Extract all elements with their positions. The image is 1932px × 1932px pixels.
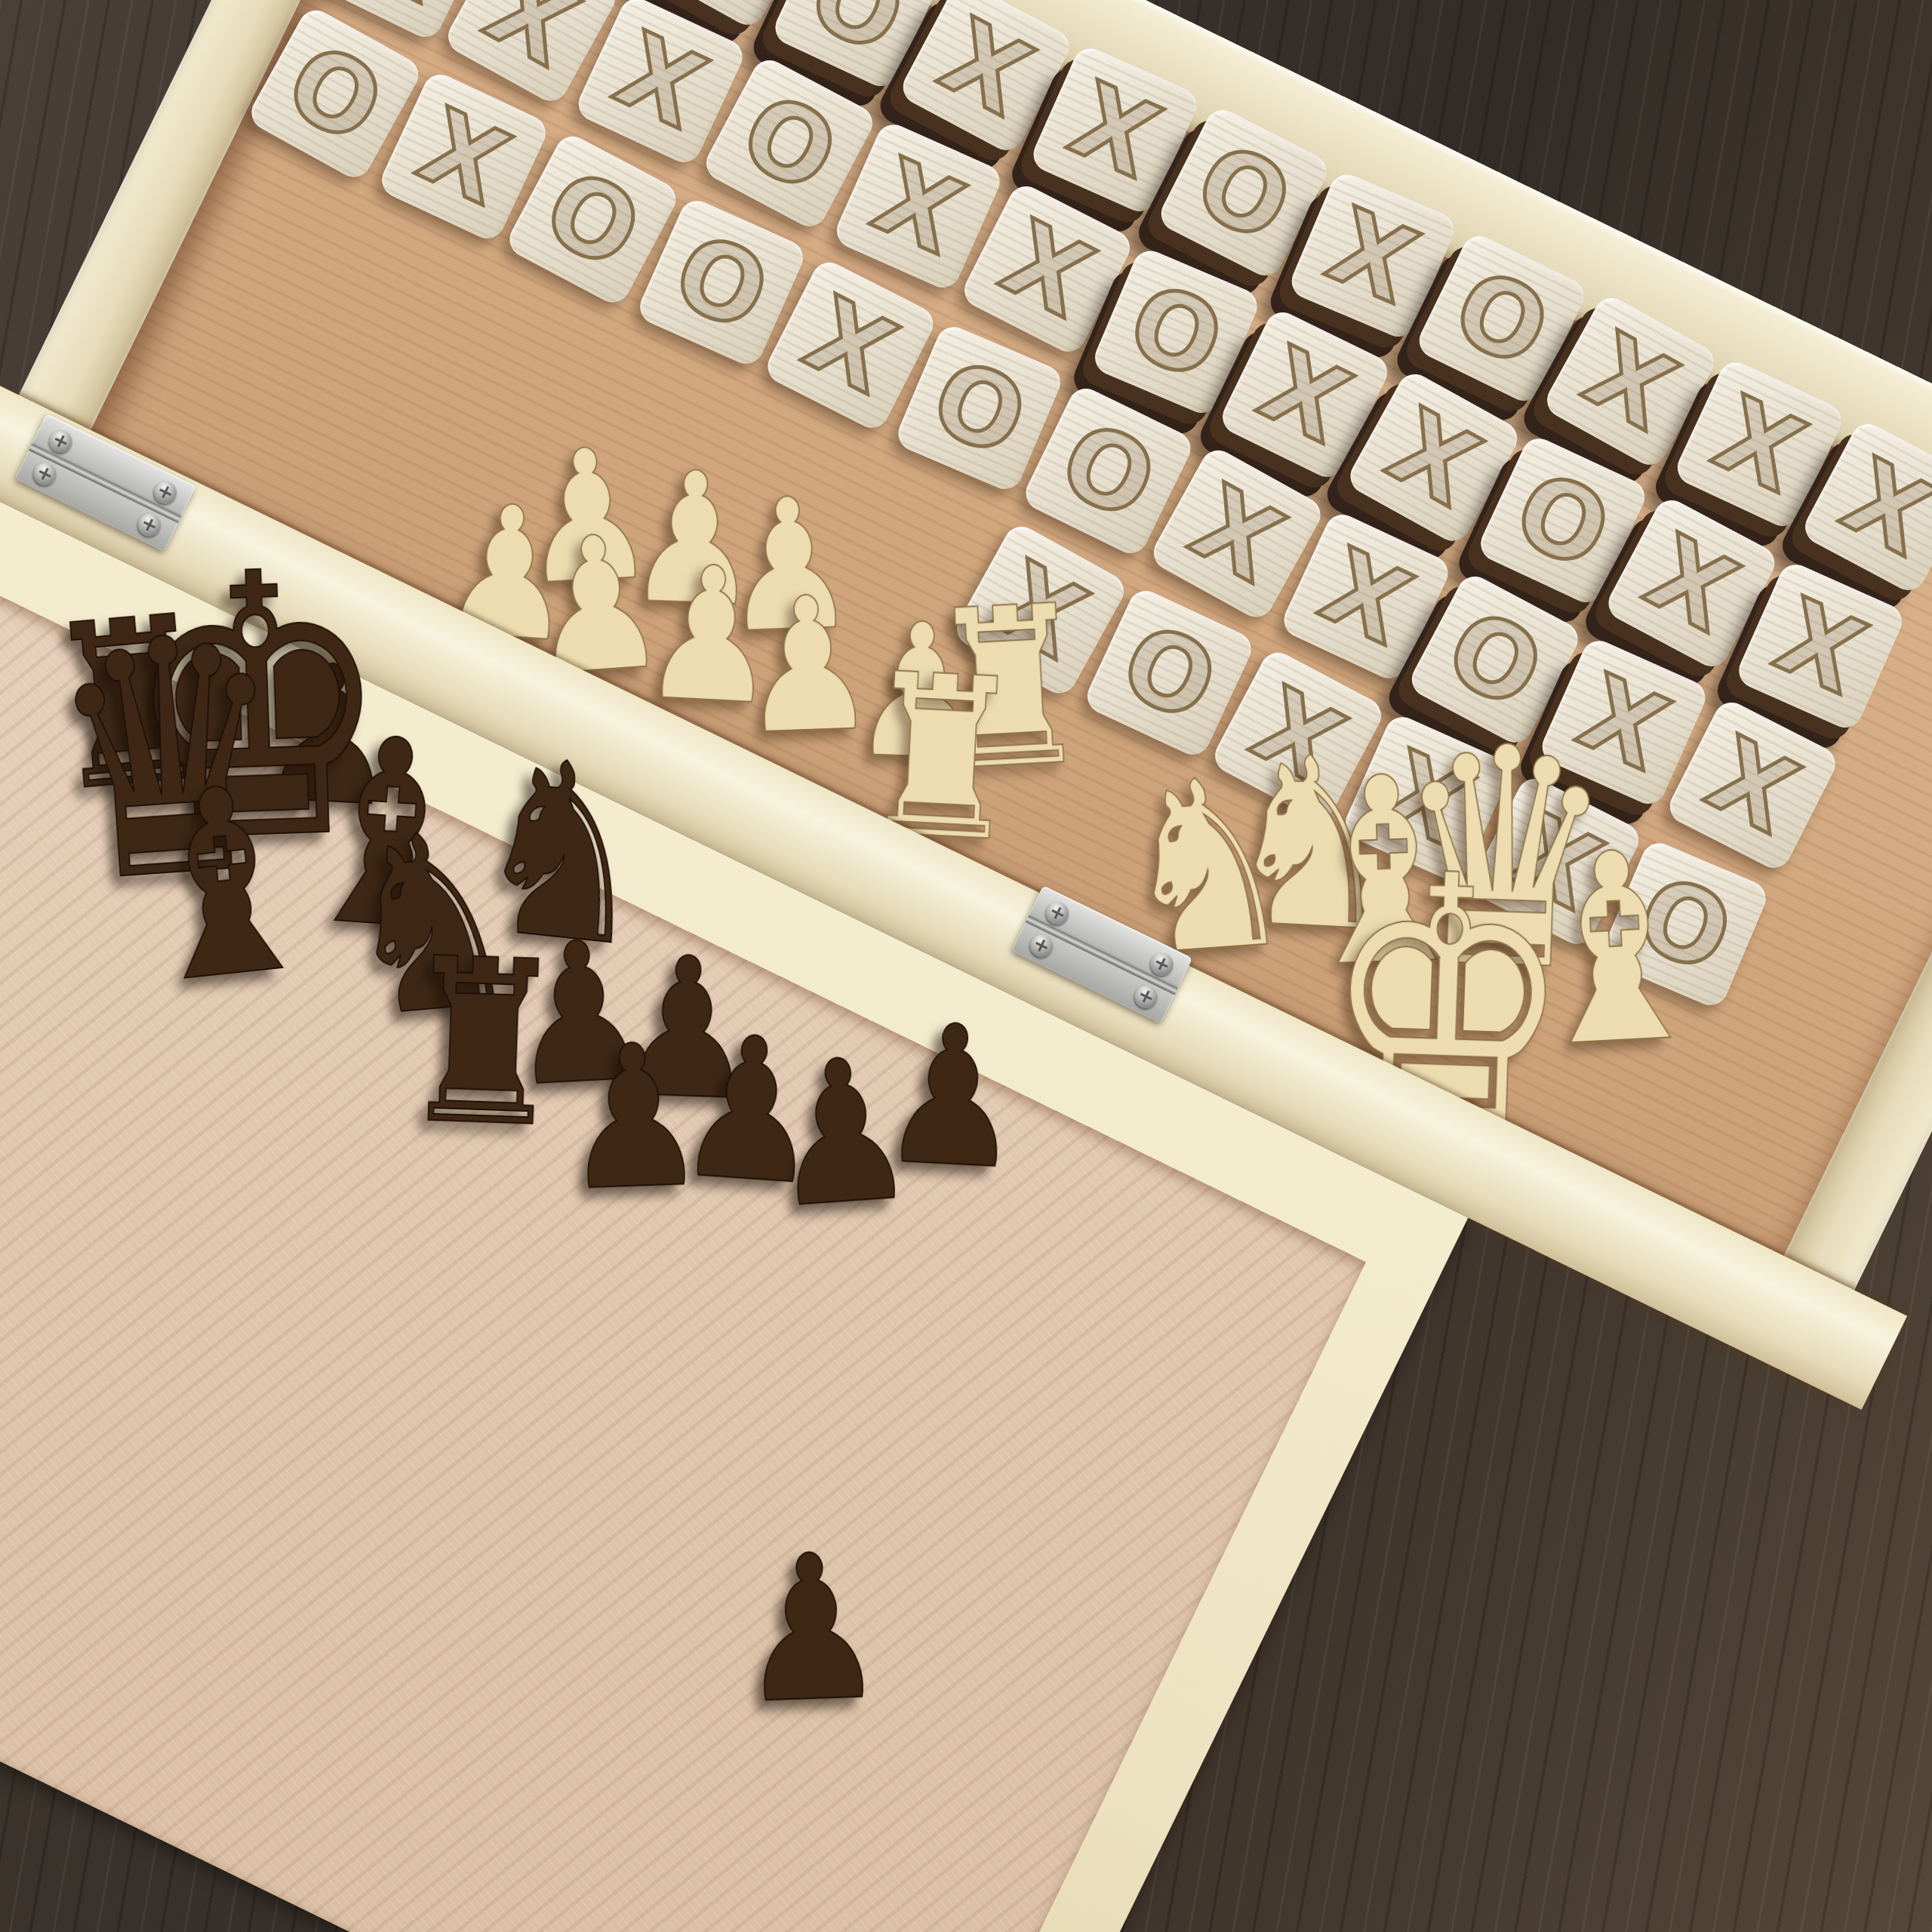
game-box-photo-scene: XOXOXXOXOXXXXXXOXXOXXOXXOXOOXOOXXOXXXOXX… [0, 0, 1932, 1932]
table-surface [0, 0, 1932, 1932]
